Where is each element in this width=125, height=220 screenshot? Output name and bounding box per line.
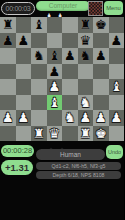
square-g1[interactable]: ♚ xyxy=(93,126,109,142)
square-h3[interactable] xyxy=(109,95,125,111)
square-f7[interactable]: ♛ xyxy=(78,33,94,49)
square-d1[interactable]: ♛ xyxy=(47,126,63,142)
black-pawn: ♟ xyxy=(0,33,16,49)
square-h4[interactable]: ♝ xyxy=(109,79,125,95)
square-d4[interactable]: ♟ xyxy=(47,79,63,95)
square-b1[interactable] xyxy=(16,126,32,142)
black-knight: ♞ xyxy=(78,48,94,64)
bottom-bar: 00:00:28 ♟♟ Human Undo +1.31 Qd1-c2, Nf6… xyxy=(0,141,124,220)
square-b4[interactable] xyxy=(16,79,32,95)
square-b3[interactable] xyxy=(16,95,32,111)
square-a2[interactable]: ♟ xyxy=(0,110,16,126)
square-f4[interactable] xyxy=(78,79,94,95)
black-queen: ♛ xyxy=(78,33,94,49)
square-g4[interactable] xyxy=(93,79,109,95)
undo-button[interactable]: Undo xyxy=(106,145,123,159)
human-player-label[interactable]: Human xyxy=(36,149,105,160)
square-d7[interactable] xyxy=(47,33,63,49)
white-rook: ♜ xyxy=(78,126,94,142)
square-e1[interactable] xyxy=(62,126,78,142)
square-g8[interactable]: ♚ xyxy=(93,17,109,33)
square-b5[interactable] xyxy=(16,64,32,80)
square-e3[interactable] xyxy=(62,95,78,111)
square-a5[interactable] xyxy=(0,64,16,80)
square-e4[interactable] xyxy=(62,79,78,95)
square-c7[interactable] xyxy=(31,33,47,49)
square-h8[interactable] xyxy=(109,17,125,33)
square-h1[interactable] xyxy=(109,126,125,142)
evaluation-badge: +1.31 xyxy=(1,160,33,175)
white-pawn: ♟ xyxy=(0,110,16,126)
black-bishop: ♝ xyxy=(31,17,47,33)
square-a4[interactable] xyxy=(0,79,16,95)
white-pawn: ♟ xyxy=(93,110,109,126)
chess-board: ♜♝♜♚♟♟♛♟♞♝♟♞♟♟♟♝♝♞♟♟♞♟♟♟♜♛♜♚ xyxy=(0,17,124,141)
square-e6[interactable]: ♟ xyxy=(62,48,78,64)
top-bar: 00:00:03 Computer ♟♟ Menu xyxy=(0,0,124,17)
black-pawn: ♟ xyxy=(93,48,109,64)
black-knight: ♞ xyxy=(31,48,47,64)
square-d3[interactable]: ♝ xyxy=(47,95,63,111)
square-a8[interactable]: ♜ xyxy=(0,17,16,33)
square-b2[interactable]: ♟ xyxy=(16,110,32,126)
square-h7[interactable]: ♟ xyxy=(109,33,125,49)
black-bishop: ♝ xyxy=(47,48,63,64)
square-b8[interactable] xyxy=(16,17,32,33)
black-rook: ♜ xyxy=(78,17,94,33)
chess-app: 00:00:03 Computer ♟♟ Menu ♜♝♜♚♟♟♛♟♞♝♟♞♟♟… xyxy=(0,0,124,220)
square-g6[interactable]: ♟ xyxy=(93,48,109,64)
square-c3[interactable] xyxy=(31,95,47,111)
square-e2[interactable]: ♞ xyxy=(62,110,78,126)
square-g3[interactable] xyxy=(93,95,109,111)
square-e7[interactable] xyxy=(62,33,78,49)
white-pawn: ♟ xyxy=(16,110,32,126)
black-king: ♚ xyxy=(93,17,109,33)
square-f3[interactable]: ♞ xyxy=(78,95,94,111)
square-f8[interactable]: ♜ xyxy=(78,17,94,33)
square-c1[interactable]: ♜ xyxy=(31,126,47,142)
square-e5[interactable] xyxy=(62,64,78,80)
square-h2[interactable]: ♟ xyxy=(109,110,125,126)
square-g5[interactable] xyxy=(93,64,109,80)
engine-stats: Depth 6/18, NPS 8108 xyxy=(36,171,121,179)
black-rook: ♜ xyxy=(0,17,16,33)
square-d8[interactable] xyxy=(47,17,63,33)
mini-chessboard-icon[interactable] xyxy=(88,1,103,16)
square-h5[interactable] xyxy=(109,64,125,80)
menu-button[interactable]: Menu xyxy=(104,1,123,15)
square-d5[interactable]: ♟ xyxy=(47,64,63,80)
black-pawn: ♟ xyxy=(47,64,63,80)
square-f1[interactable]: ♜ xyxy=(78,126,94,142)
square-a7[interactable]: ♟ xyxy=(0,33,16,49)
white-rook: ♜ xyxy=(31,126,47,142)
engine-line: Qd1-c2, Nf6-h5, Nf3-g5 xyxy=(36,162,121,170)
square-b6[interactable] xyxy=(16,48,32,64)
square-c6[interactable]: ♞ xyxy=(31,48,47,64)
human-clock: 00:00:28 xyxy=(1,145,34,157)
white-pawn: ♟ xyxy=(109,110,125,126)
square-g2[interactable]: ♟ xyxy=(93,110,109,126)
square-c4[interactable] xyxy=(31,79,47,95)
square-a1[interactable] xyxy=(0,126,16,142)
square-c2[interactable] xyxy=(31,110,47,126)
square-d2[interactable] xyxy=(47,110,63,126)
white-knight: ♞ xyxy=(78,95,94,111)
square-f6[interactable]: ♞ xyxy=(78,48,94,64)
square-e8[interactable] xyxy=(62,17,78,33)
square-a6[interactable] xyxy=(0,48,16,64)
white-king: ♚ xyxy=(93,126,109,142)
square-c5[interactable] xyxy=(31,64,47,80)
black-pawn: ♟ xyxy=(62,48,78,64)
square-f5[interactable] xyxy=(78,64,94,80)
computer-clock: 00:00:03 xyxy=(1,2,35,15)
square-g7[interactable] xyxy=(93,33,109,49)
white-queen: ♛ xyxy=(47,126,63,142)
black-pawn: ♟ xyxy=(109,33,125,49)
square-b7[interactable]: ♟ xyxy=(16,33,32,49)
white-bishop: ♝ xyxy=(109,79,125,95)
square-a3[interactable] xyxy=(0,95,16,111)
square-f2[interactable]: ♟ xyxy=(78,110,94,126)
white-knight: ♞ xyxy=(62,110,78,126)
square-d6[interactable]: ♝ xyxy=(47,48,63,64)
white-pawn: ♟ xyxy=(78,110,94,126)
white-pawn: ♟ xyxy=(47,79,63,95)
white-bishop: ♝ xyxy=(47,95,63,111)
square-c8[interactable]: ♝ xyxy=(31,17,47,33)
black-pawn: ♟ xyxy=(16,33,32,49)
square-h6[interactable] xyxy=(109,48,125,64)
